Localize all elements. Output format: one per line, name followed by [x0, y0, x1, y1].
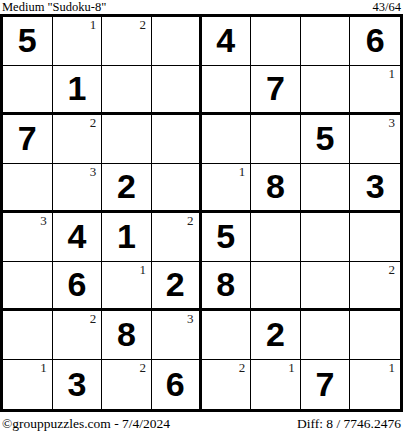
cell-r7c7 [301, 311, 351, 360]
cell-r3c2: 2 [53, 115, 103, 164]
cell-r7c5 [202, 311, 252, 360]
header: Medium "Sudoku-8" 43/64 [2, 0, 401, 14]
cell-r4c7 [301, 164, 351, 213]
cell-r2c4 [152, 66, 202, 115]
corner-mark: 3 [389, 116, 396, 131]
corner-mark: 1 [239, 165, 246, 180]
cell-r3c5 [202, 115, 252, 164]
given-digit: 6 [67, 267, 86, 301]
given-digit: 8 [216, 267, 235, 301]
given-digit: 8 [266, 169, 285, 203]
given-digit: 8 [117, 317, 136, 351]
corner-mark: 2 [239, 361, 246, 376]
cell-r1c8: 6 [350, 17, 400, 66]
cell-r2c8: 1 [350, 66, 400, 115]
given-digit: 7 [316, 367, 335, 401]
cell-r2c1 [3, 66, 53, 115]
cell-r3c4 [152, 115, 202, 164]
given-digit: 5 [316, 121, 335, 155]
cell-r5c4: 2 [152, 213, 202, 262]
cell-r8c8: 1 [350, 360, 400, 409]
puzzle-counter: 43/64 [373, 1, 401, 14]
corner-mark: 3 [90, 165, 97, 180]
cell-r6c4: 2 [152, 262, 202, 311]
cell-r1c6 [251, 17, 301, 66]
cell-r8c6: 1 [251, 360, 301, 409]
corner-mark: 2 [187, 214, 194, 229]
cell-r4c8: 3 [350, 164, 400, 213]
cell-r8c3: 2 [102, 360, 152, 409]
sudoku-board: 512461717253321833412561282283213262171 [0, 14, 403, 412]
corner-mark: 1 [139, 263, 146, 278]
corner-mark: 1 [288, 361, 295, 376]
cell-r1c3: 2 [102, 17, 152, 66]
given-digit: 7 [266, 71, 285, 105]
given-digit: 1 [117, 219, 136, 253]
corner-mark: 2 [139, 18, 146, 33]
cell-r6c2: 6 [53, 262, 103, 311]
given-digit: 2 [117, 169, 136, 203]
footer: ©grouppuzzles.com - 7/4/2024 Diff: 8 / 7… [2, 416, 401, 434]
cell-r7c3: 8 [102, 311, 152, 360]
cell-r1c2: 1 [53, 17, 103, 66]
cell-r5c8 [350, 213, 400, 262]
given-digit: 5 [216, 219, 235, 253]
cell-r7c6: 2 [251, 311, 301, 360]
cell-r2c2: 1 [53, 66, 103, 115]
corner-mark: 2 [139, 361, 146, 376]
puzzle-title: Medium "Sudoku-8" [2, 1, 106, 14]
cell-r1c1: 5 [3, 17, 53, 66]
copyright-text: ©grouppuzzles.com - 7/4/2024 [2, 416, 170, 432]
cell-r3c3 [102, 115, 152, 164]
corner-mark: 3 [187, 312, 194, 327]
cell-r1c4 [152, 17, 202, 66]
given-digit: 7 [18, 121, 37, 155]
given-digit: 4 [216, 23, 235, 57]
cell-r2c7 [301, 66, 351, 115]
cell-r1c5: 4 [202, 17, 252, 66]
cell-r6c1 [3, 262, 53, 311]
corner-mark: 1 [90, 18, 97, 33]
cell-r4c5: 1 [202, 164, 252, 213]
corner-mark: 2 [90, 312, 97, 327]
given-digit: 6 [166, 367, 185, 401]
cell-r4c6: 8 [251, 164, 301, 213]
cell-r4c4 [152, 164, 202, 213]
given-digit: 3 [67, 367, 86, 401]
given-digit: 5 [18, 23, 37, 57]
cell-r5c2: 4 [53, 213, 103, 262]
cell-r8c7: 7 [301, 360, 351, 409]
cell-r8c2: 3 [53, 360, 103, 409]
difficulty-text: Diff: 8 / 7746.2476 [297, 416, 401, 432]
corner-mark: 2 [90, 116, 97, 131]
given-digit: 3 [366, 169, 385, 203]
cell-r6c8: 2 [350, 262, 400, 311]
cell-r6c7 [301, 262, 351, 311]
cell-r5c3: 1 [102, 213, 152, 262]
cell-r1c7 [301, 17, 351, 66]
cell-r4c1 [3, 164, 53, 213]
cell-r7c8 [350, 311, 400, 360]
cell-r6c6 [251, 262, 301, 311]
given-digit: 4 [67, 219, 86, 253]
cell-r4c3: 2 [102, 164, 152, 213]
cell-r8c5: 2 [202, 360, 252, 409]
cell-r5c6 [251, 213, 301, 262]
corner-mark: 2 [389, 263, 396, 278]
corner-mark: 1 [40, 361, 47, 376]
cell-r8c1: 1 [3, 360, 53, 409]
cell-r5c5: 5 [202, 213, 252, 262]
cell-r7c4: 3 [152, 311, 202, 360]
cell-r4c2: 3 [53, 164, 103, 213]
given-digit: 2 [166, 267, 185, 301]
corner-mark: 1 [389, 361, 396, 376]
cell-r6c3: 1 [102, 262, 152, 311]
cell-r5c7 [301, 213, 351, 262]
cell-r3c8: 3 [350, 115, 400, 164]
cell-r7c1 [3, 311, 53, 360]
puzzle-page: Medium "Sudoku-8" 43/64 5124617172533218… [0, 0, 403, 437]
given-digit: 6 [366, 23, 385, 57]
corner-mark: 1 [389, 67, 396, 82]
cell-r3c6 [251, 115, 301, 164]
cell-r5c1: 3 [3, 213, 53, 262]
corner-mark: 3 [40, 214, 47, 229]
given-digit: 2 [266, 317, 285, 351]
cell-r2c5 [202, 66, 252, 115]
cell-r6c5: 8 [202, 262, 252, 311]
cell-r3c1: 7 [3, 115, 53, 164]
cell-r2c6: 7 [251, 66, 301, 115]
cell-r7c2: 2 [53, 311, 103, 360]
cell-r2c3 [102, 66, 152, 115]
cell-r8c4: 6 [152, 360, 202, 409]
given-digit: 1 [67, 71, 86, 105]
cell-r3c7: 5 [301, 115, 351, 164]
